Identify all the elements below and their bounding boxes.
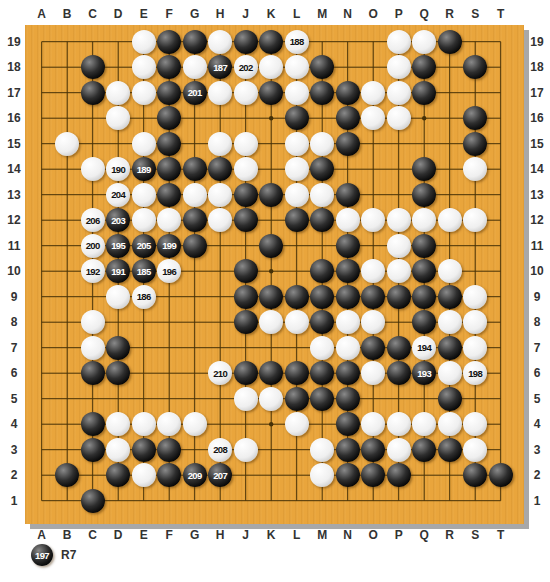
stone-white-R12 [438,208,462,232]
stone-black-T2 [489,463,513,487]
move-number-206: 206 [86,215,100,226]
stone-black-N13 [336,183,360,207]
stone-black-G2: 209 [183,463,207,487]
stone-black-L6 [285,361,309,385]
stone-white-L19: 188 [285,30,309,54]
stone-black-F13 [157,183,181,207]
stone-white-M15 [310,132,334,156]
stone-black-N15 [336,132,360,156]
go-diagram-page: AABBCCDDEEFFGGHHJJKKLLMMNNOOPPQQRRSSTT19… [0,0,550,582]
stone-white-E15 [132,132,156,156]
stone-black-K9 [259,285,283,309]
move-number-205: 205 [137,240,151,251]
stone-black-N5 [336,387,360,411]
stone-black-N17 [336,81,360,105]
stone-black-N3 [336,438,360,462]
stone-white-J18: 202 [234,55,258,79]
stone-black-P9 [387,285,411,309]
move-number-188: 188 [290,36,304,47]
last-move-caption: 197 R7 [0,540,550,576]
stone-black-E3 [132,438,156,462]
stone-black-L9 [285,285,309,309]
stone-black-F19 [157,30,181,54]
stone-white-G13 [183,183,207,207]
stone-black-O3 [361,438,385,462]
stone-white-C11: 200 [81,234,105,258]
stone-white-N12 [336,208,360,232]
move-number-186: 186 [137,291,151,302]
stone-white-E4 [132,412,156,436]
stone-black-N2 [336,463,360,487]
stone-black-R3 [438,438,462,462]
stone-black-S15 [463,132,487,156]
stone-white-P17 [387,81,411,105]
stone-black-M5 [310,387,334,411]
caption-move-number: 197 [35,550,49,561]
move-number-208: 208 [213,444,227,455]
stone-white-H17 [208,81,232,105]
stone-white-G18 [183,55,207,79]
stone-black-G12 [183,208,207,232]
stone-black-K13 [259,183,283,207]
stone-white-E9: 186 [132,285,156,309]
caption-stone-197: 197 [31,544,53,566]
move-number-190: 190 [111,164,125,175]
stone-black-F11: 199 [157,234,181,258]
move-number-199: 199 [162,240,176,251]
stone-white-E2 [132,463,156,487]
stone-white-M7 [310,336,334,360]
stone-black-N10 [336,259,360,283]
stone-white-J14 [234,157,258,181]
move-number-201: 201 [188,87,202,98]
stone-white-H13 [208,183,232,207]
stone-black-L5 [285,387,309,411]
stone-black-K11 [259,234,283,258]
stone-white-B15 [55,132,79,156]
stone-white-O17 [361,81,385,105]
stone-white-Q19 [412,30,436,54]
move-number-193: 193 [417,368,431,379]
stone-white-J3 [234,438,258,462]
stone-black-P2 [387,463,411,487]
stone-black-J6 [234,361,258,385]
stone-white-R10 [438,259,462,283]
stone-white-D13: 204 [106,183,130,207]
stone-white-S9 [463,285,487,309]
move-number-203: 203 [111,215,125,226]
stone-black-G19 [183,30,207,54]
stone-black-F15 [157,132,181,156]
stone-black-N6 [336,361,360,385]
stone-white-M13 [310,183,334,207]
stone-black-D11: 195 [106,234,130,258]
stone-black-G17: 201 [183,81,207,105]
stone-white-H3: 208 [208,438,232,462]
stone-black-O7 [361,336,385,360]
stone-white-J17 [234,81,258,105]
stone-white-L14 [285,157,309,181]
stone-black-R9 [438,285,462,309]
move-number-202: 202 [239,62,253,73]
stone-white-D9 [106,285,130,309]
stone-black-N9 [336,285,360,309]
stone-white-P12 [387,208,411,232]
stone-black-E11: 205 [132,234,156,258]
stone-white-P4 [387,412,411,436]
stone-white-J5 [234,387,258,411]
stone-white-C10: 192 [81,259,105,283]
stone-black-G11 [183,234,207,258]
stone-black-N11 [336,234,360,258]
stone-white-K5 [259,387,283,411]
stone-white-H15 [208,132,232,156]
caption-coordinate: R7 [61,548,76,562]
move-number-209: 209 [188,470,202,481]
stone-white-E18 [132,55,156,79]
move-number-187: 187 [213,62,227,73]
stone-white-L8 [285,310,309,334]
stone-black-J8 [234,310,258,334]
stone-black-C18 [81,55,105,79]
stone-black-Q9 [412,285,436,309]
stone-white-M3 [310,438,334,462]
move-number-191: 191 [111,266,125,277]
stone-white-P11 [387,234,411,258]
stone-black-Q11 [412,234,436,258]
stone-white-R6 [438,361,462,385]
stone-white-P3 [387,438,411,462]
stone-black-G14 [183,157,207,181]
stone-white-C7 [81,336,105,360]
stone-white-C12: 206 [81,208,105,232]
stone-black-O9 [361,285,385,309]
stone-white-N7 [336,336,360,360]
stone-white-E13 [132,183,156,207]
stone-black-N4 [336,412,360,436]
move-number-189: 189 [137,164,151,175]
stone-black-J10 [234,259,258,283]
stone-black-D7 [106,336,130,360]
move-number-195: 195 [111,240,125,251]
stone-black-P6 [387,361,411,385]
stone-black-K17 [259,81,283,105]
move-number-207: 207 [213,470,227,481]
stone-black-M9 [310,285,334,309]
stone-black-E14: 189 [132,157,156,181]
stone-black-F17 [157,81,181,105]
stone-white-N8 [336,310,360,334]
stone-black-P7 [387,336,411,360]
stone-black-M17 [310,81,334,105]
stone-black-Q13 [412,183,436,207]
stone-white-P10 [387,259,411,283]
move-number-196: 196 [162,266,176,277]
move-number-198: 198 [468,368,482,379]
stone-black-R5 [438,387,462,411]
stone-black-K19 [259,30,283,54]
stone-white-C8 [81,310,105,334]
stone-black-J9 [234,285,258,309]
stone-white-L18 [285,55,309,79]
stone-black-C3 [81,438,105,462]
stone-white-S7 [463,336,487,360]
stone-white-L13 [285,183,309,207]
stone-white-D3 [106,438,130,462]
stone-black-C17 [81,81,105,105]
stone-white-P18 [387,55,411,79]
stone-white-E17 [132,81,156,105]
stone-white-P19 [387,30,411,54]
stone-black-L16 [285,106,309,130]
stone-black-L12 [285,208,309,232]
stone-black-C6 [81,361,105,385]
stone-white-L15 [285,132,309,156]
stone-white-S3 [463,438,487,462]
move-number-192: 192 [86,266,100,277]
stone-white-G4 [183,412,207,436]
stone-white-E19 [132,30,156,54]
stone-black-N16 [336,106,360,130]
move-number-194: 194 [417,342,431,353]
stone-white-P16 [387,106,411,130]
stone-black-R7 [438,336,462,360]
stone-black-E10: 185 [132,259,156,283]
stone-white-D17 [106,81,130,105]
move-number-210: 210 [213,368,227,379]
stone-black-J13 [234,183,258,207]
stone-black-F3 [157,438,181,462]
stone-white-L17 [285,81,309,105]
stone-white-Q7: 194 [412,336,436,360]
stone-black-J19 [234,30,258,54]
stone-black-C4 [81,412,105,436]
stone-black-C1 [81,489,105,513]
stone-white-R8 [438,310,462,334]
stone-black-Q17 [412,81,436,105]
stone-black-Q3 [412,438,436,462]
stone-white-R4 [438,412,462,436]
stone-white-H19 [208,30,232,54]
stone-white-L4 [285,412,309,436]
move-number-204: 204 [111,189,125,200]
stone-white-E12 [132,208,156,232]
move-number-200: 200 [86,240,100,251]
stone-black-J12 [234,208,258,232]
stone-white-C14 [81,157,105,181]
stone-black-R19 [438,30,462,54]
stone-white-J15 [234,132,258,156]
move-number-185: 185 [137,266,151,277]
